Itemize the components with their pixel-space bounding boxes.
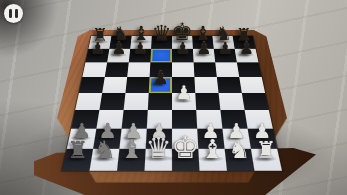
rook-glyph: ♜: [67, 135, 88, 163]
piece-black-pawn-c7[interactable]: ♟: [133, 40, 148, 57]
piece-black-pawn-f7[interactable]: ♟: [196, 40, 211, 57]
square-a5[interactable]: [79, 77, 105, 93]
square-d4[interactable]: [148, 93, 172, 110]
bishop-glyph: ♝: [120, 133, 143, 163]
knight-glyph: ♞: [228, 134, 250, 163]
square-g6[interactable]: [215, 62, 239, 77]
piece-white-pawn-e4[interactable]: ♟: [175, 84, 192, 103]
square-f6[interactable]: [194, 62, 217, 77]
piece-white-bishop-c1[interactable]: ♝: [120, 136, 143, 162]
square-b6[interactable]: [105, 62, 129, 77]
square-f5[interactable]: [194, 77, 218, 93]
square-g5[interactable]: [217, 77, 242, 93]
square-c4[interactable]: [124, 93, 149, 110]
piece-black-pawn-g7[interactable]: ♟: [218, 40, 233, 57]
pawn-glyph: ♟: [175, 38, 190, 58]
piece-white-bishop-f1[interactable]: ♝: [201, 136, 224, 162]
piece-black-pawn-b7[interactable]: ♟: [111, 40, 126, 57]
square-h6[interactable]: [237, 62, 262, 77]
pawn-glyph: ♟: [133, 38, 148, 58]
square-h5[interactable]: [239, 77, 265, 93]
square-e6[interactable]: [172, 62, 194, 77]
pawn-glyph: ♟: [239, 38, 254, 58]
piece-white-king-e1[interactable]: ♚: [171, 131, 199, 162]
square-h4[interactable]: [242, 93, 269, 110]
king-glyph: ♚: [171, 128, 199, 164]
rook-glyph: ♜: [256, 135, 277, 163]
square-d7[interactable]: [150, 49, 172, 63]
pawn-glyph: ♟: [111, 38, 126, 58]
square-b5[interactable]: [102, 77, 127, 93]
knight-glyph: ♞: [94, 134, 116, 163]
square-e3[interactable]: [172, 110, 197, 129]
pawn-glyph: ♟: [152, 67, 168, 88]
piece-white-rook-a1[interactable]: ♜: [67, 138, 88, 162]
pawn-glyph: ♟: [175, 82, 192, 103]
piece-black-pawn-e7[interactable]: ♟: [175, 40, 190, 57]
square-a6[interactable]: [82, 62, 107, 77]
game-scene: ♜♞♝♛♚♝♞♜♟♟♟♟♟♟♟♟♟♟♟♟♟♟♟♟♜♞♝♛♚♝♞♜: [0, 0, 347, 195]
square-f4[interactable]: [195, 93, 220, 110]
piece-black-pawn-h7[interactable]: ♟: [239, 40, 254, 57]
square-a4[interactable]: [75, 93, 102, 110]
piece-white-knight-b1[interactable]: ♞: [94, 137, 116, 162]
piece-black-pawn-a7[interactable]: ♟: [90, 40, 105, 57]
piece-black-pawn-d5[interactable]: ♟: [152, 69, 168, 87]
piece-white-knight-g1[interactable]: ♞: [228, 137, 250, 162]
pawn-glyph: ♟: [90, 38, 105, 58]
square-c5[interactable]: [125, 77, 149, 93]
bishop-glyph: ♝: [201, 133, 224, 163]
pawn-glyph: ♟: [196, 38, 211, 58]
pause-button[interactable]: [4, 4, 23, 23]
piece-white-rook-h1[interactable]: ♜: [256, 138, 277, 162]
square-g4[interactable]: [219, 93, 245, 110]
square-b4[interactable]: [99, 93, 125, 110]
pawn-glyph: ♟: [218, 38, 233, 58]
square-c6[interactable]: [127, 62, 150, 77]
